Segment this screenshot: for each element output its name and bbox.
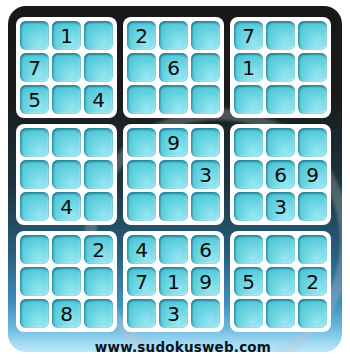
given-digit: 4 <box>60 197 73 217</box>
given-digit: 1 <box>242 58 255 78</box>
cell-r1c9[interactable] <box>298 21 327 50</box>
given-digit: 8 <box>60 304 73 324</box>
cell-r7c6[interactable]: 6 <box>191 235 220 264</box>
cell-r8c5[interactable]: 1 <box>159 267 188 296</box>
cell-r2c4[interactable] <box>127 53 156 82</box>
cell-r2c8[interactable] <box>266 53 295 82</box>
cell-r5c5[interactable] <box>159 160 188 189</box>
cell-r2c1[interactable]: 7 <box>20 53 49 82</box>
block-2-1: 4 <box>16 124 117 225</box>
cell-r3c7[interactable] <box>234 85 263 114</box>
cell-r7c2[interactable] <box>52 235 81 264</box>
given-digit: 2 <box>92 240 105 260</box>
given-digit: 5 <box>242 272 255 292</box>
cell-r2c9[interactable] <box>298 53 327 82</box>
cell-r3c8[interactable] <box>266 85 295 114</box>
cell-r8c7[interactable]: 5 <box>234 267 263 296</box>
cell-r5c8[interactable]: 6 <box>266 160 295 189</box>
given-digit: 2 <box>135 26 148 46</box>
cell-r9c7[interactable] <box>234 299 263 328</box>
block-2-2: 93 <box>123 124 224 225</box>
cell-r4c3[interactable] <box>84 128 113 157</box>
given-digit: 2 <box>306 272 319 292</box>
cell-r9c1[interactable] <box>20 299 49 328</box>
cell-r6c5[interactable] <box>159 192 188 221</box>
cell-r6c9[interactable] <box>298 192 327 221</box>
cell-r4c7[interactable] <box>234 128 263 157</box>
cell-r8c8[interactable] <box>266 267 295 296</box>
given-digit: 9 <box>306 165 319 185</box>
given-digit: 7 <box>242 26 255 46</box>
cell-r6c3[interactable] <box>84 192 113 221</box>
cell-r9c3[interactable] <box>84 299 113 328</box>
cell-r2c2[interactable] <box>52 53 81 82</box>
cell-r4c4[interactable] <box>127 128 156 157</box>
given-digit: 4 <box>135 240 148 260</box>
block-3-2: 467193 <box>123 231 224 332</box>
cell-r9c2[interactable]: 8 <box>52 299 81 328</box>
block-3-1: 28 <box>16 231 117 332</box>
block-1-2: 26 <box>123 17 224 118</box>
given-digit: 6 <box>167 58 180 78</box>
cell-r1c8[interactable] <box>266 21 295 50</box>
cell-r8c1[interactable] <box>20 267 49 296</box>
cell-r1c7[interactable]: 7 <box>234 21 263 50</box>
cell-r4c8[interactable] <box>266 128 295 157</box>
cell-r4c2[interactable] <box>52 128 81 157</box>
cell-r9c8[interactable] <box>266 299 295 328</box>
cell-r3c3[interactable]: 4 <box>84 85 113 114</box>
cell-r7c3[interactable]: 2 <box>84 235 113 264</box>
cell-r4c1[interactable] <box>20 128 49 157</box>
given-digit: 3 <box>199 165 212 185</box>
cell-r1c1[interactable] <box>20 21 49 50</box>
cell-r1c5[interactable] <box>159 21 188 50</box>
given-digit: 4 <box>92 90 105 110</box>
cell-r2c3[interactable] <box>84 53 113 82</box>
cell-r5c2[interactable] <box>52 160 81 189</box>
given-digit: 9 <box>167 133 180 153</box>
cell-r7c7[interactable] <box>234 235 263 264</box>
cell-r8c6[interactable]: 9 <box>191 267 220 296</box>
sudoku-board: 175426714936932846719352 <box>16 17 331 332</box>
cell-r1c2[interactable]: 1 <box>52 21 81 50</box>
cell-r9c5[interactable]: 3 <box>159 299 188 328</box>
sudoku-page: 175426714936932846719352 www.sudokusweb.… <box>0 0 350 360</box>
cell-r3c9[interactable] <box>298 85 327 114</box>
cell-r7c9[interactable] <box>298 235 327 264</box>
cell-r4c5[interactable]: 9 <box>159 128 188 157</box>
cell-r5c3[interactable] <box>84 160 113 189</box>
site-url-label: www.sudokusweb.com <box>16 339 350 355</box>
cell-r8c9[interactable]: 2 <box>298 267 327 296</box>
cell-r6c8[interactable]: 3 <box>266 192 295 221</box>
cell-r8c3[interactable] <box>84 267 113 296</box>
cell-r6c1[interactable] <box>20 192 49 221</box>
cell-r1c4[interactable]: 2 <box>127 21 156 50</box>
cell-r2c5[interactable]: 6 <box>159 53 188 82</box>
cell-r8c2[interactable] <box>52 267 81 296</box>
block-1-1: 1754 <box>16 17 117 118</box>
cell-r5c7[interactable] <box>234 160 263 189</box>
cell-r7c4[interactable]: 4 <box>127 235 156 264</box>
given-digit: 5 <box>28 90 41 110</box>
cell-r6c2[interactable]: 4 <box>52 192 81 221</box>
given-digit: 9 <box>199 272 212 292</box>
block-1-3: 71 <box>230 17 331 118</box>
cell-r8c4[interactable]: 7 <box>127 267 156 296</box>
cell-r7c8[interactable] <box>266 235 295 264</box>
given-digit: 7 <box>28 58 41 78</box>
cell-r7c1[interactable] <box>20 235 49 264</box>
cell-r6c6[interactable] <box>191 192 220 221</box>
cell-r5c9[interactable]: 9 <box>298 160 327 189</box>
given-digit: 3 <box>167 304 180 324</box>
cell-r6c7[interactable] <box>234 192 263 221</box>
cell-r5c1[interactable] <box>20 160 49 189</box>
cell-r2c7[interactable]: 1 <box>234 53 263 82</box>
cell-r9c9[interactable] <box>298 299 327 328</box>
cell-r3c5[interactable] <box>159 85 188 114</box>
cell-r2c6[interactable] <box>191 53 220 82</box>
given-digit: 3 <box>274 197 287 217</box>
given-digit: 1 <box>60 26 73 46</box>
cell-r3c2[interactable] <box>52 85 81 114</box>
cell-r3c1[interactable]: 5 <box>20 85 49 114</box>
cell-r7c5[interactable] <box>159 235 188 264</box>
cell-r5c4[interactable] <box>127 160 156 189</box>
given-digit: 7 <box>135 272 148 292</box>
block-2-3: 693 <box>230 124 331 225</box>
cell-r9c4[interactable] <box>127 299 156 328</box>
cell-r1c6[interactable] <box>191 21 220 50</box>
cell-r3c6[interactable] <box>191 85 220 114</box>
given-digit: 6 <box>274 165 287 185</box>
cell-r6c4[interactable] <box>127 192 156 221</box>
cell-r4c6[interactable] <box>191 128 220 157</box>
cell-r3c4[interactable] <box>127 85 156 114</box>
given-digit: 6 <box>199 240 212 260</box>
cell-r4c9[interactable] <box>298 128 327 157</box>
cell-r5c6[interactable]: 3 <box>191 160 220 189</box>
given-digit: 1 <box>167 272 180 292</box>
cell-r9c6[interactable] <box>191 299 220 328</box>
cell-r1c3[interactable] <box>84 21 113 50</box>
board-frame: 175426714936932846719352 www.sudokusweb.… <box>8 6 342 352</box>
block-3-3: 52 <box>230 231 331 332</box>
